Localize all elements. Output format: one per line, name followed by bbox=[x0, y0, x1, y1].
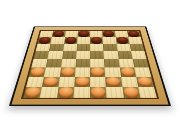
light-piece-c3[interactable] bbox=[61, 68, 75, 76]
square-f3[interactable] bbox=[105, 68, 121, 77]
square-h6[interactable] bbox=[129, 44, 144, 51]
dark-piece-a7[interactable] bbox=[39, 37, 51, 43]
square-c4[interactable] bbox=[61, 59, 76, 68]
square-h2[interactable] bbox=[136, 77, 154, 87]
square-d4[interactable] bbox=[75, 59, 90, 68]
light-piece-h2[interactable] bbox=[137, 77, 152, 86]
dark-piece-h8[interactable] bbox=[128, 31, 140, 36]
square-d1[interactable] bbox=[73, 87, 90, 98]
board-frame bbox=[9, 26, 171, 106]
square-b2[interactable] bbox=[42, 77, 59, 87]
light-piece-c1[interactable] bbox=[58, 87, 73, 96]
light-piece-d2[interactable] bbox=[75, 77, 89, 86]
square-e6[interactable] bbox=[90, 44, 104, 51]
dark-piece-f8[interactable] bbox=[103, 31, 114, 36]
light-piece-g3[interactable] bbox=[120, 68, 134, 76]
square-h3[interactable] bbox=[134, 68, 151, 77]
square-h5[interactable] bbox=[131, 51, 147, 59]
square-b3[interactable] bbox=[44, 68, 61, 77]
square-b5[interactable] bbox=[48, 51, 63, 59]
light-piece-a3[interactable] bbox=[30, 68, 45, 76]
square-h4[interactable] bbox=[132, 59, 148, 68]
square-c2[interactable] bbox=[58, 77, 75, 87]
dark-piece-c7[interactable] bbox=[65, 37, 77, 43]
square-e4[interactable] bbox=[90, 59, 105, 68]
square-d5[interactable] bbox=[76, 51, 90, 59]
square-f1[interactable] bbox=[106, 87, 123, 98]
dark-piece-g7[interactable] bbox=[116, 37, 128, 43]
square-h1[interactable] bbox=[138, 87, 157, 98]
square-e5[interactable] bbox=[90, 51, 104, 59]
square-c5[interactable] bbox=[62, 51, 77, 59]
light-piece-f2[interactable] bbox=[106, 77, 120, 86]
square-b6[interactable] bbox=[49, 44, 64, 51]
square-b7[interactable] bbox=[51, 37, 65, 44]
light-piece-g1[interactable] bbox=[123, 87, 139, 96]
board-scene bbox=[0, 0, 180, 140]
square-b4[interactable] bbox=[46, 59, 62, 68]
square-c1[interactable] bbox=[57, 87, 74, 98]
square-d2[interactable] bbox=[74, 77, 90, 87]
square-f7[interactable] bbox=[103, 37, 117, 44]
square-e7[interactable] bbox=[90, 37, 103, 44]
square-f4[interactable] bbox=[104, 59, 119, 68]
board-grid bbox=[21, 30, 159, 99]
light-piece-e3[interactable] bbox=[91, 68, 104, 76]
light-piece-a1[interactable] bbox=[25, 87, 41, 96]
dark-piece-b8[interactable] bbox=[53, 31, 65, 36]
square-c3[interactable] bbox=[59, 68, 75, 77]
square-e2[interactable] bbox=[90, 77, 106, 87]
checkers-board bbox=[9, 26, 171, 106]
square-d6[interactable] bbox=[76, 44, 90, 51]
dark-piece-d8[interactable] bbox=[78, 31, 89, 36]
square-d3[interactable] bbox=[75, 68, 90, 77]
square-f2[interactable] bbox=[105, 77, 122, 87]
light-piece-b2[interactable] bbox=[43, 77, 58, 86]
square-e3[interactable] bbox=[90, 68, 105, 77]
square-h7[interactable] bbox=[128, 37, 142, 44]
square-b1[interactable] bbox=[40, 87, 58, 98]
light-piece-e1[interactable] bbox=[91, 87, 105, 96]
square-f5[interactable] bbox=[104, 51, 119, 59]
square-f6[interactable] bbox=[103, 44, 117, 51]
square-c6[interactable] bbox=[63, 44, 77, 51]
square-d7[interactable] bbox=[77, 37, 90, 44]
dark-piece-e7[interactable] bbox=[91, 37, 102, 43]
square-e1[interactable] bbox=[90, 87, 107, 98]
square-c7[interactable] bbox=[64, 37, 78, 44]
